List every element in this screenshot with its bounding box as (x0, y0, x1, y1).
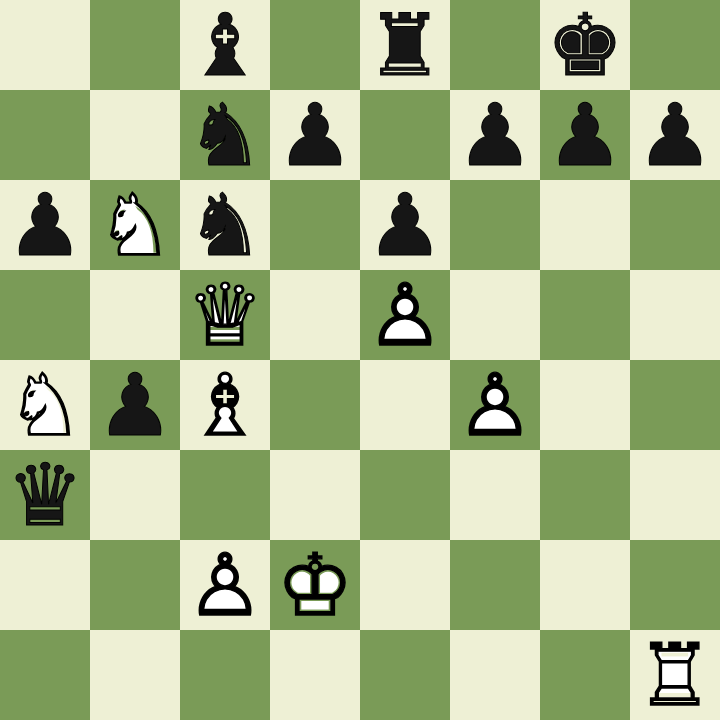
pawn-glyph: ♟ (0, 180, 90, 270)
square-d6[interactable] (270, 180, 360, 270)
piece-white-knight[interactable]: ♞♘ (0, 360, 90, 450)
square-h1[interactable]: ♜♖ (630, 630, 720, 720)
rook-glyph: ♜ (360, 0, 450, 90)
queen-glyph-outline: ♕ (180, 270, 270, 360)
square-e2[interactable] (360, 540, 450, 630)
queen-glyph: ♛ (0, 450, 90, 540)
piece-black-pawn[interactable]: ♟ (360, 180, 450, 270)
knight-glyph-outline: ♘ (90, 180, 180, 270)
square-a1[interactable] (0, 630, 90, 720)
piece-black-pawn[interactable]: ♟ (0, 180, 90, 270)
piece-black-knight[interactable]: ♞ (180, 90, 270, 180)
square-e3[interactable] (360, 450, 450, 540)
square-e1[interactable] (360, 630, 450, 720)
square-a2[interactable] (0, 540, 90, 630)
pawn-glyph: ♟ (270, 90, 360, 180)
piece-black-pawn[interactable]: ♟ (630, 90, 720, 180)
square-b6[interactable]: ♞♘ (90, 180, 180, 270)
square-f7[interactable]: ♟ (450, 90, 540, 180)
piece-black-rook[interactable]: ♜ (360, 0, 450, 90)
piece-white-queen[interactable]: ♛♕ (180, 270, 270, 360)
piece-white-pawn[interactable]: ♟♙ (360, 270, 450, 360)
square-a5[interactable] (0, 270, 90, 360)
square-d3[interactable] (270, 450, 360, 540)
square-c6[interactable]: ♞ (180, 180, 270, 270)
square-f1[interactable] (450, 630, 540, 720)
pawn-glyph-outline: ♙ (360, 270, 450, 360)
chess-board: ♝♜♚♞♟♟♟♟♟♞♘♞♟♛♕♟♙♞♘♟♝♗♟♙♛♟♙♚♔♜♖ (0, 0, 720, 720)
square-g7[interactable]: ♟ (540, 90, 630, 180)
knight-glyph: ♞ (180, 90, 270, 180)
knight-glyph: ♞ (180, 180, 270, 270)
bishop-glyph-outline: ♗ (180, 360, 270, 450)
piece-white-knight[interactable]: ♞♘ (90, 180, 180, 270)
square-f8[interactable] (450, 0, 540, 90)
square-f2[interactable] (450, 540, 540, 630)
square-g3[interactable] (540, 450, 630, 540)
square-c2[interactable]: ♟♙ (180, 540, 270, 630)
square-f6[interactable] (450, 180, 540, 270)
piece-white-king[interactable]: ♚♔ (270, 540, 360, 630)
square-h3[interactable] (630, 450, 720, 540)
square-c5[interactable]: ♛♕ (180, 270, 270, 360)
square-d1[interactable] (270, 630, 360, 720)
square-h7[interactable]: ♟ (630, 90, 720, 180)
piece-white-pawn[interactable]: ♟♙ (450, 360, 540, 450)
piece-black-pawn[interactable]: ♟ (450, 90, 540, 180)
square-e6[interactable]: ♟ (360, 180, 450, 270)
king-glyph: ♚ (540, 0, 630, 90)
pawn-glyph-outline: ♙ (180, 540, 270, 630)
square-b4[interactable]: ♟ (90, 360, 180, 450)
square-c4[interactable]: ♝♗ (180, 360, 270, 450)
square-g1[interactable] (540, 630, 630, 720)
piece-black-bishop[interactable]: ♝ (180, 0, 270, 90)
square-e4[interactable] (360, 360, 450, 450)
piece-black-queen[interactable]: ♛ (0, 450, 90, 540)
square-a4[interactable]: ♞♘ (0, 360, 90, 450)
square-c1[interactable] (180, 630, 270, 720)
piece-black-pawn[interactable]: ♟ (540, 90, 630, 180)
square-b7[interactable] (90, 90, 180, 180)
square-f5[interactable] (450, 270, 540, 360)
pawn-glyph: ♟ (90, 360, 180, 450)
square-a8[interactable] (0, 0, 90, 90)
piece-white-rook[interactable]: ♜♖ (630, 630, 720, 720)
square-a3[interactable]: ♛ (0, 450, 90, 540)
piece-black-king[interactable]: ♚ (540, 0, 630, 90)
knight-glyph-outline: ♘ (0, 360, 90, 450)
square-a7[interactable] (0, 90, 90, 180)
square-g6[interactable] (540, 180, 630, 270)
pawn-glyph: ♟ (360, 180, 450, 270)
square-g4[interactable] (540, 360, 630, 450)
square-d7[interactable]: ♟ (270, 90, 360, 180)
bishop-glyph: ♝ (180, 0, 270, 90)
square-b3[interactable] (90, 450, 180, 540)
square-d8[interactable] (270, 0, 360, 90)
square-d4[interactable] (270, 360, 360, 450)
square-h5[interactable] (630, 270, 720, 360)
pawn-glyph: ♟ (450, 90, 540, 180)
square-h2[interactable] (630, 540, 720, 630)
square-g2[interactable] (540, 540, 630, 630)
square-e7[interactable] (360, 90, 450, 180)
square-h8[interactable] (630, 0, 720, 90)
square-b8[interactable] (90, 0, 180, 90)
square-h6[interactable] (630, 180, 720, 270)
square-b5[interactable] (90, 270, 180, 360)
piece-white-pawn[interactable]: ♟♙ (180, 540, 270, 630)
pawn-glyph: ♟ (540, 90, 630, 180)
square-f4[interactable]: ♟♙ (450, 360, 540, 450)
square-c8[interactable]: ♝ (180, 0, 270, 90)
square-g5[interactable] (540, 270, 630, 360)
square-d2[interactable]: ♚♔ (270, 540, 360, 630)
pawn-glyph-outline: ♙ (450, 360, 540, 450)
square-b1[interactable] (90, 630, 180, 720)
piece-white-bishop[interactable]: ♝♗ (180, 360, 270, 450)
square-f3[interactable] (450, 450, 540, 540)
square-g8[interactable]: ♚ (540, 0, 630, 90)
king-glyph-outline: ♔ (270, 540, 360, 630)
piece-black-knight[interactable]: ♞ (180, 180, 270, 270)
square-e8[interactable]: ♜ (360, 0, 450, 90)
square-h4[interactable] (630, 360, 720, 450)
square-e5[interactable]: ♟♙ (360, 270, 450, 360)
square-a6[interactable]: ♟ (0, 180, 90, 270)
pawn-glyph: ♟ (630, 90, 720, 180)
piece-black-pawn[interactable]: ♟ (270, 90, 360, 180)
piece-black-pawn[interactable]: ♟ (90, 360, 180, 450)
square-c3[interactable] (180, 450, 270, 540)
square-c7[interactable]: ♞ (180, 90, 270, 180)
square-d5[interactable] (270, 270, 360, 360)
rook-glyph-outline: ♖ (630, 630, 720, 720)
square-b2[interactable] (90, 540, 180, 630)
